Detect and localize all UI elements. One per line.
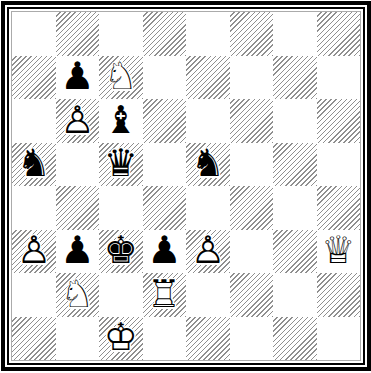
black-knight-piece: ♞ [17,144,51,182]
square-c5[interactable]: ♛♛ [99,143,143,187]
diagram-inner-frame: ♟♟♞♘♟♙♝♝♞♞♛♛♞♞♟♙♟♟♚♚♟♟♟♙♛♕♞♘♜♖♚♔ [7,7,365,365]
square-g3[interactable] [273,230,317,274]
square-d7[interactable] [143,56,187,100]
white-pawn-piece: ♙ [17,231,51,269]
square-g2[interactable] [273,273,317,317]
white-pawn-piece: ♙ [191,231,225,269]
square-f4[interactable] [230,186,274,230]
square-e1[interactable] [186,317,230,361]
square-g6[interactable] [273,99,317,143]
black-bishop-piece: ♝ [104,101,138,139]
square-g7[interactable] [273,56,317,100]
white-rook-piece: ♖ [147,275,181,313]
square-d3[interactable]: ♟♟ [143,230,187,274]
square-f3[interactable] [230,230,274,274]
chess-board: ♟♟♞♘♟♙♝♝♞♞♛♛♞♞♟♙♟♟♚♚♟♟♟♙♛♕♞♘♜♖♚♔ [11,11,361,361]
square-b2[interactable]: ♞♘ [56,273,100,317]
square-d1[interactable] [143,317,187,361]
square-g1[interactable] [273,317,317,361]
square-h3[interactable]: ♛♕ [317,230,361,274]
square-a8[interactable] [12,12,56,56]
square-h8[interactable] [317,12,361,56]
square-h6[interactable] [317,99,361,143]
square-a1[interactable] [12,317,56,361]
square-e5[interactable]: ♞♞ [186,143,230,187]
square-a4[interactable] [12,186,56,230]
square-d2[interactable]: ♜♖ [143,273,187,317]
diagram-outer-frame: ♟♟♞♘♟♙♝♝♞♞♛♛♞♞♟♙♟♟♚♚♟♟♟♙♛♕♞♘♜♖♚♔ [1,1,371,371]
square-d4[interactable] [143,186,187,230]
black-knight-piece: ♞ [191,144,225,182]
square-h2[interactable] [317,273,361,317]
square-f5[interactable] [230,143,274,187]
square-b3[interactable]: ♟♟ [56,230,100,274]
square-e2[interactable] [186,273,230,317]
square-f2[interactable] [230,273,274,317]
black-king-piece: ♚ [104,231,138,269]
square-g8[interactable] [273,12,317,56]
square-e7[interactable] [186,56,230,100]
black-queen-piece: ♛ [104,144,138,182]
square-b6[interactable]: ♟♙ [56,99,100,143]
square-h4[interactable] [317,186,361,230]
square-h5[interactable] [317,143,361,187]
square-e6[interactable] [186,99,230,143]
square-g4[interactable] [273,186,317,230]
square-f6[interactable] [230,99,274,143]
square-c2[interactable] [99,273,143,317]
square-c3[interactable]: ♚♚ [99,230,143,274]
white-knight-piece: ♘ [60,275,94,313]
square-b7[interactable]: ♟♟ [56,56,100,100]
square-b1[interactable] [56,317,100,361]
black-pawn-piece: ♟ [147,231,181,269]
square-c8[interactable] [99,12,143,56]
square-c6[interactable]: ♝♝ [99,99,143,143]
black-pawn-piece: ♟ [60,231,94,269]
square-a6[interactable] [12,99,56,143]
square-a7[interactable] [12,56,56,100]
square-g5[interactable] [273,143,317,187]
square-e3[interactable]: ♟♙ [186,230,230,274]
square-c4[interactable] [99,186,143,230]
square-d5[interactable] [143,143,187,187]
white-king-piece: ♔ [104,318,138,356]
square-c1[interactable]: ♚♔ [99,317,143,361]
white-queen-piece: ♕ [321,231,355,269]
square-d8[interactable] [143,12,187,56]
square-d6[interactable] [143,99,187,143]
square-f7[interactable] [230,56,274,100]
square-c7[interactable]: ♞♘ [99,56,143,100]
square-h7[interactable] [317,56,361,100]
square-e8[interactable] [186,12,230,56]
square-f8[interactable] [230,12,274,56]
white-pawn-piece: ♙ [60,101,94,139]
square-h1[interactable] [317,317,361,361]
square-a3[interactable]: ♟♙ [12,230,56,274]
square-b5[interactable] [56,143,100,187]
black-pawn-piece: ♟ [60,57,94,95]
square-e4[interactable] [186,186,230,230]
square-b8[interactable] [56,12,100,56]
square-a5[interactable]: ♞♞ [12,143,56,187]
square-a2[interactable] [12,273,56,317]
square-f1[interactable] [230,317,274,361]
square-b4[interactable] [56,186,100,230]
white-knight-piece: ♘ [104,57,138,95]
